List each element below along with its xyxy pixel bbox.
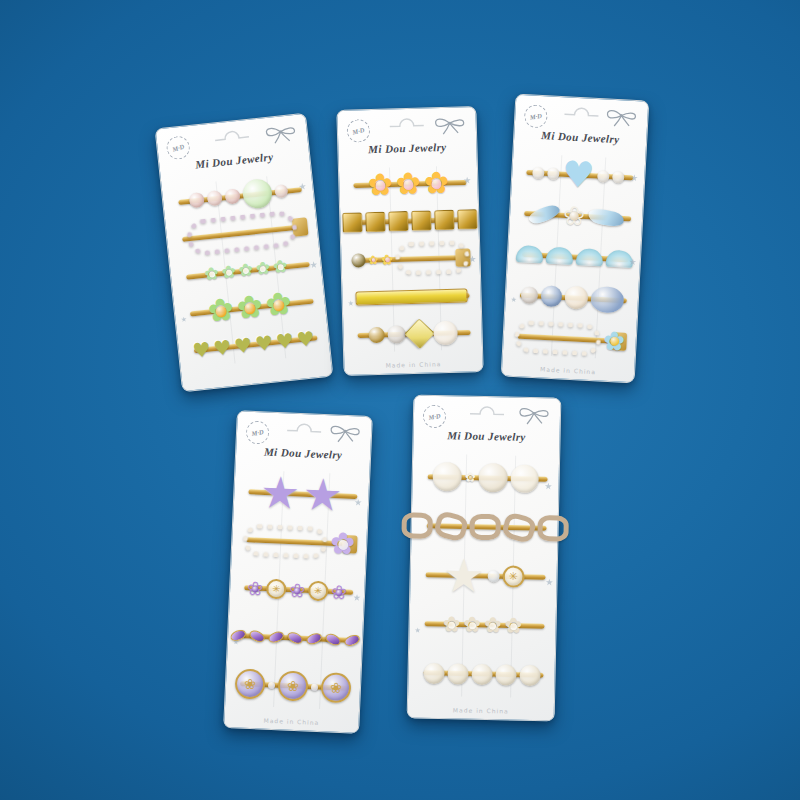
gem-ornament [342, 213, 363, 234]
flower-ornament: ✿ [367, 169, 393, 200]
flower-center [336, 589, 342, 595]
flower-center [468, 476, 472, 480]
marquise-ornament [343, 633, 362, 648]
bead-ornament [447, 663, 468, 684]
purple-marquise-crystal-barrette [238, 612, 352, 665]
outline-ornament [395, 241, 470, 276]
brand-stamp-text: M·D [352, 126, 365, 136]
purple-rose-filigree-pin-ornaments: ❀✳❀✳❀ [241, 578, 354, 603]
ribbon-bow-icon [432, 115, 469, 140]
flower-center [469, 622, 476, 629]
rose-emblem-icon: ❀ [330, 681, 342, 695]
heart-ornament: ♥ [233, 335, 253, 357]
blue-leaf-white-rose-pin-ornaments: ❀ [521, 200, 632, 232]
euro-hang-slot [213, 124, 251, 147]
white-starfish-pearl-pin: ★✳ [421, 550, 546, 602]
rose-ornament: ❀ [563, 202, 586, 229]
brand-stamp-logo: M·D [345, 117, 373, 145]
photo-stage: M·DMi Dou Jewelry★★★✿✿✿✿✿✿✿✿♥♥♥♥♥♥Made i… [0, 0, 800, 800]
flower-ornament: ✿ [395, 168, 421, 199]
rose-ornament: ❀ [331, 582, 348, 602]
flower-center [225, 269, 232, 276]
filigree-ornament: ✳ [308, 580, 329, 601]
flower-ornament: ✿ [264, 288, 293, 322]
leaf-ornament [587, 204, 626, 230]
mixed-bead-pin-ornaments [354, 321, 471, 348]
yellow-daisy-pin-ornaments: ✿✿✿ [350, 167, 467, 200]
flower-center [448, 622, 455, 629]
bead-ornament [519, 665, 540, 686]
flower-center [244, 302, 256, 314]
clip-card-blue: M·DMi Dou Jewelry★★★♥❀✿Made in China [501, 94, 650, 384]
flower-center [294, 587, 300, 593]
euro-hang-slot [469, 401, 505, 421]
brand-stamp-text: M·D [428, 412, 441, 421]
bead-ornament [387, 325, 405, 343]
star-sparkle-icon: ★ [298, 183, 307, 193]
purple-marquise-crystal-barrette-ornaments [239, 630, 351, 645]
star-sparkle-icon: ★ [510, 297, 517, 304]
brand-stamp-text: M·D [251, 428, 264, 437]
ribbon-bow-icon [516, 406, 552, 431]
pearl-snap-clip-yellow-flowers-ornaments: ✿✿ [352, 241, 469, 277]
star-sparkle-icon: ★ [233, 639, 240, 646]
star-sparkle-icon: ★ [468, 255, 476, 264]
clip-rows: ✿✿✿✿✿ [350, 163, 471, 354]
ribbon-bow-icon [326, 423, 363, 449]
flower-center [371, 258, 375, 262]
link-ornament [469, 513, 501, 540]
flower-ornament: ✿ [484, 615, 502, 636]
oval-ornament [590, 285, 624, 313]
gem-ornament [434, 210, 455, 231]
euro-hang-slot [286, 417, 323, 438]
filigree-ornament: ✳ [266, 579, 287, 600]
outline-ornament [243, 524, 328, 560]
mini-green-flower-pin-ornaments: ✿✿✿✿✿ [181, 255, 310, 285]
bead-ornament [540, 285, 562, 307]
bead-ornament [597, 170, 610, 183]
flower-center [273, 299, 285, 311]
flower-center [215, 306, 227, 318]
shell-ornament [575, 248, 603, 266]
flower-center [252, 586, 258, 592]
clip-card-cream: M·DMi Dou Jewelry★★★✿★✳✿✿✿✿Made in China [407, 394, 562, 721]
cream-flower-pin-ornaments: ✿✿✿✿ [420, 613, 544, 637]
ivory-round-bead-pin-ornaments [419, 663, 543, 687]
bead-ornament [311, 683, 318, 690]
outline-ornament [514, 319, 602, 355]
link-ornament [537, 515, 569, 542]
flower-center [260, 266, 267, 273]
star-sparkle-icon: ★ [309, 261, 318, 271]
shell-ornament [515, 245, 543, 263]
bead-ornament [471, 664, 492, 685]
amber-square-gem-pin [351, 201, 468, 242]
flower-ornament: ✿ [368, 254, 378, 266]
bead-ornament [532, 166, 545, 179]
lavender-rose-medallion-barrette: ❀❀❀ [236, 659, 350, 712]
flower-ornament: ✿ [424, 168, 450, 199]
amber-square-gem-pin-ornaments [351, 210, 468, 233]
flower-ornament: ✿ [603, 327, 626, 354]
star-sparkle-icon: ★ [414, 627, 420, 634]
star-sparkle-icon: ★ [545, 579, 553, 588]
bead-ornament [520, 286, 538, 304]
bead-ornament [368, 327, 384, 343]
star-sparkle-icon: ★ [180, 317, 187, 325]
link-ornament [401, 512, 433, 539]
disc-ornament [241, 178, 273, 210]
pearl-snap-purple-flower: ✿ [242, 516, 356, 569]
yellow-enamel-bar-clip [353, 276, 470, 317]
rose-ornament: ❀ [289, 580, 306, 600]
flower-ornament: ✿ [255, 259, 271, 277]
brand-stamp-text: M·D [529, 112, 542, 121]
flower-ornament: ✿ [206, 294, 235, 328]
brand-title: Mi Dou Jewelry [413, 428, 559, 443]
bead-ornament [547, 167, 560, 180]
flower-center [277, 264, 284, 271]
made-in-label: Made in China [344, 359, 482, 370]
bead-ornament [188, 192, 204, 208]
blue-leaf-white-rose-pin: ❀ [520, 192, 632, 239]
rose-emblem-icon: ❀ [244, 677, 256, 691]
disc-ornament [510, 464, 539, 493]
link-ornament [500, 511, 537, 544]
gem-ornament [411, 211, 432, 232]
brand-stamp-logo: M·D [164, 133, 193, 162]
link-ornament [432, 509, 469, 542]
star-sparkle-icon: ★ [463, 176, 471, 185]
gem-ornament [388, 211, 409, 232]
star-sparkle-icon: ★ [354, 499, 362, 508]
star-ornament: ★ [302, 472, 343, 518]
disc-ornament [564, 286, 588, 310]
white-starfish-pearl-pin-ornaments: ★✳ [421, 552, 546, 601]
bead-ornament [495, 664, 516, 685]
clip-rows: ✿★✳✿✿✿✿ [419, 452, 548, 701]
leaf-ornament [527, 203, 562, 225]
blue-shell-pin-ornaments [519, 245, 630, 268]
rose-ornament: ❀ [247, 578, 264, 598]
flower-ornament: ✿ [235, 291, 264, 325]
made-in-label: Made in China [224, 715, 358, 728]
clip-rows: ✿✿✿✿✿✿✿✿♥♥♥♥♥♥ [172, 171, 319, 370]
purple-starfish-pin-ornaments: ★★ [244, 470, 358, 519]
star-sparkle-icon: ★ [630, 174, 639, 183]
pearl-blue-heart-pin-ornaments: ♥ [522, 154, 634, 196]
flower-ornament: ✿ [330, 528, 356, 559]
medallion-ornament: ❀ [234, 668, 265, 699]
olive-heart-bead-pin-ornaments: ♥♥♥♥♥♥ [189, 328, 318, 361]
flower-ornament: ✿ [465, 471, 476, 484]
brand-stamp-logo: M·D [523, 103, 549, 129]
marquise-ornament [305, 631, 324, 646]
bead-ornament [351, 253, 365, 267]
filigree-burst-icon: ✳ [272, 584, 281, 594]
bead-ornament [268, 681, 275, 688]
flower-center [384, 257, 389, 262]
flower-ornament: ✿ [221, 263, 237, 281]
flower-ornament: ✿ [381, 252, 393, 266]
filigree-ornament: ✳ [502, 565, 524, 587]
flower-center [243, 268, 250, 275]
star-sparkle-icon: ★ [348, 301, 354, 308]
euro-hang-slot [563, 101, 600, 122]
bead-ornament [487, 570, 499, 582]
pearl-blue-heart-pin: ♥ [522, 151, 634, 198]
lavender-rose-medallion-barrette-ornaments: ❀❀❀ [236, 668, 349, 703]
star-sparkle-icon: ★ [353, 593, 361, 602]
clip-card-green: M·DMi Dou Jewelry★★★✿✿✿✿✿✿✿✿♥♥♥♥♥♥Made i… [155, 113, 334, 392]
yellow-daisy-pin: ✿✿✿ [350, 163, 467, 204]
pearl-snap-blue-flower: ✿ [514, 315, 626, 362]
flower-center [569, 211, 578, 220]
heart-ornament: ♥ [275, 331, 295, 353]
flower-ornament: ✿ [204, 265, 220, 283]
blue-button-pin [516, 274, 628, 321]
flower-center [208, 271, 215, 278]
disc-ornament [478, 463, 508, 493]
flower-ornament: ✿ [238, 261, 254, 279]
filigree-burst-icon: ✳ [314, 586, 323, 596]
pearl-snap-clip-yellow-flowers: ✿✿ [352, 239, 469, 280]
blue-button-pin-ornaments [516, 282, 627, 314]
flower-center [609, 337, 618, 346]
gem-ornament [365, 212, 386, 233]
star-ornament: ★ [260, 470, 301, 516]
heart-ornament: ♥ [296, 328, 316, 350]
bead-ornament [612, 170, 625, 183]
disc-ornament [433, 321, 458, 346]
marquise-ornament [248, 628, 267, 644]
clip-card-purple: M·DMi Dou Jewelry★★★★★✿❀✳❀✳❀❀❀❀Made in C… [223, 410, 373, 734]
mother-of-pearl-disc-pin-ornaments: ✿ [423, 462, 548, 494]
flower-center [338, 540, 348, 550]
bead-ornament [274, 184, 288, 198]
mother-of-pearl-disc-pin: ✿ [423, 452, 548, 504]
cream-flower-pin: ✿✿✿✿ [420, 599, 545, 651]
medallion-ornament: ❀ [320, 672, 351, 703]
flower-center [403, 180, 413, 190]
clip-card-yellow: M·DMi Dou Jewelry★★★✿✿✿✿✿Made in China [336, 106, 483, 376]
brand-stamp-logo: M·D [421, 403, 448, 430]
ribbon-bow-icon [603, 107, 640, 133]
flower-ornament: ✿ [504, 615, 522, 636]
mixed-bead-pin [354, 314, 471, 355]
bead-ornament [423, 663, 444, 684]
star-sparkle-icon: ★ [628, 258, 637, 267]
flower-ornament: ✿ [272, 258, 288, 276]
tan-acrylic-chain-pin-ornaments [422, 513, 547, 542]
diamond-ornament [404, 318, 435, 349]
clip-rows: ★★✿❀✳❀✳❀❀❀❀ [236, 468, 358, 713]
marquise-ornament [324, 632, 343, 648]
medallion-ornament: ❀ [277, 670, 308, 701]
purple-starfish-pin: ★★ [244, 468, 358, 521]
flower-ornament: ✿ [443, 614, 461, 635]
made-in-label: Made in China [408, 705, 554, 715]
pearl-snap-blue-flower-ornaments: ✿ [514, 320, 626, 358]
flower-center [510, 623, 517, 630]
shell-ornament [545, 246, 573, 264]
bead-ornament [206, 190, 222, 206]
purple-rose-filigree-pin: ❀✳❀✳❀ [240, 564, 354, 617]
tan-acrylic-chain-pin [422, 501, 547, 553]
flower-center [489, 622, 496, 629]
made-in-label: Made in China [502, 363, 634, 377]
heart-ornament: ♥ [254, 333, 274, 355]
blue-shell-pin [518, 233, 630, 280]
star-sparkle-icon: ★ [544, 482, 552, 491]
star-ornament: ★ [443, 552, 485, 599]
brand-stamp-text: M·D [171, 143, 185, 153]
ivory-round-bead-pin [419, 648, 544, 700]
bar-ornament [355, 288, 467, 305]
bead-ornament [224, 188, 240, 204]
gem-ornament [457, 210, 478, 231]
heart-ornament: ♥ [213, 337, 233, 359]
ribbon-bow-icon [262, 123, 300, 151]
euro-hang-slot [388, 113, 425, 133]
flower-center [375, 180, 385, 190]
brand-title: Mi Dou Jewelry [338, 140, 476, 156]
flower-center [431, 179, 441, 189]
clip-rows: ♥❀✿ [514, 151, 635, 361]
marquise-ornament [286, 630, 305, 646]
filigree-burst-icon: ✳ [509, 571, 518, 582]
heart-ornament: ♥ [192, 339, 212, 361]
flower-ornament: ✿ [463, 614, 481, 635]
disc-ornament [432, 462, 462, 492]
marquise-ornament [267, 630, 286, 645]
yellow-enamel-bar-clip-ornaments [353, 288, 469, 305]
heart-ornament: ♥ [561, 156, 595, 194]
pearl-snap-purple-flower-ornaments: ✿ [243, 524, 356, 561]
brand-stamp-logo: M·D [244, 419, 270, 445]
rose-emblem-icon: ❀ [287, 679, 299, 693]
